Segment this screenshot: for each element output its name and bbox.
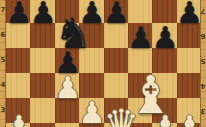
white-pawn-d3[interactable]: ♟: [79, 98, 104, 127]
rank-label-7-left: 7: [0, 0, 6, 23]
square-h4[interactable]: [177, 73, 201, 98]
chess-app-screenshot: ♟♟♟♟♟♞♟♟♟♟♝♟♛♟♟♟ 76543 76543: [0, 0, 206, 127]
rank-label-3-right: 3: [200, 98, 206, 123]
black-pawn-e7[interactable]: ♟: [103, 0, 128, 28]
white-pawn-h2[interactable]: ♟: [176, 112, 201, 127]
rank-label-6-right: 6: [200, 23, 206, 48]
white-pawn-a2[interactable]: ♟: [6, 112, 31, 127]
rank-label-7-right: 7: [200, 0, 206, 23]
black-pawn-g6[interactable]: ♟: [152, 23, 177, 53]
square-e5[interactable]: [104, 48, 128, 73]
square-b4[interactable]: [30, 73, 54, 98]
black-pawn-a7[interactable]: ♟: [6, 0, 31, 28]
square-e4[interactable]: [104, 73, 128, 98]
white-pawn-c4[interactable]: ♟: [54, 73, 79, 103]
black-pawn-b7[interactable]: ♟: [30, 0, 55, 28]
square-h5[interactable]: [177, 48, 201, 73]
black-pawn-h7[interactable]: ♟: [176, 0, 201, 28]
rank-label-4-right: 4: [200, 73, 206, 98]
square-c2[interactable]: [55, 123, 79, 127]
rank-label-3-left: 3: [0, 98, 6, 123]
rank-label-5-right: 5: [200, 48, 206, 73]
square-a4[interactable]: [6, 73, 30, 98]
square-b2[interactable]: [30, 123, 54, 127]
board-border-left: 76543: [0, 0, 6, 127]
rank-label-5-left: 5: [0, 48, 6, 73]
square-b3[interactable]: [30, 98, 54, 123]
black-pawn-f6[interactable]: ♟: [128, 23, 153, 53]
board-border-right: 76543: [200, 0, 206, 127]
rank-label-6-left: 6: [0, 23, 6, 48]
white-pawn-g2[interactable]: ♟: [152, 112, 177, 127]
chess-board: ♟♟♟♟♟♞♟♟♟♟♝♟♛♟♟♟: [6, 0, 201, 127]
white-queen-e2[interactable]: ♛: [103, 104, 128, 127]
square-a5[interactable]: [6, 48, 30, 73]
square-b5[interactable]: [30, 48, 54, 73]
rank-label-4-left: 4: [0, 73, 6, 98]
